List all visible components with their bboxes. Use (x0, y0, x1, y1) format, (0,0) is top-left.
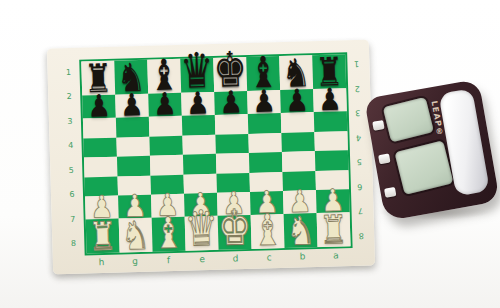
rank-label-right-2: 2 (350, 76, 365, 101)
square-h8[interactable]: ♜ (86, 219, 120, 254)
piece-black-pawn[interactable]: ♟ (252, 85, 276, 116)
piece-black-pawn[interactable]: ♟ (153, 88, 177, 119)
piece-white-bishop[interactable]: ♝ (252, 208, 283, 252)
rank-label-right-6: 6 (353, 174, 368, 199)
square-g8[interactable]: ♞ (119, 218, 153, 253)
square-f4[interactable] (149, 135, 182, 155)
piece-white-rook[interactable]: ♜ (88, 217, 117, 257)
square-c8[interactable]: ♝ (251, 214, 285, 249)
piece-black-pawn[interactable]: ♟ (318, 84, 342, 115)
square-c5[interactable] (249, 152, 282, 172)
rank-labels-right: 12345678 (349, 52, 368, 248)
clock-button-2[interactable] (378, 154, 390, 165)
rank-label-right-8: 8 (354, 223, 369, 248)
square-f5[interactable] (150, 155, 183, 175)
square-g5[interactable] (117, 156, 150, 176)
chess-clock: LEAP® (364, 79, 500, 221)
square-d8[interactable]: ♚ (218, 215, 252, 250)
clock-button-3[interactable] (384, 187, 396, 198)
square-g4[interactable] (116, 136, 149, 156)
square-h5[interactable] (84, 157, 117, 177)
square-a4[interactable] (314, 131, 347, 151)
file-label-g: g (118, 254, 152, 269)
rank-labels-left: 12345678 (61, 60, 80, 256)
square-d5[interactable] (216, 153, 250, 173)
square-b4[interactable] (281, 132, 314, 152)
rank-label-left-2: 2 (62, 84, 77, 109)
piece-white-bishop[interactable]: ♝ (153, 211, 184, 255)
clock-button-1[interactable] (372, 120, 384, 131)
square-a8[interactable]: ♜ (317, 212, 351, 247)
piece-white-rook[interactable]: ♜ (319, 210, 348, 250)
square-f8[interactable]: ♝ (152, 217, 186, 252)
square-a5[interactable] (315, 150, 348, 170)
square-h4[interactable] (83, 137, 116, 157)
rank-label-left-1: 1 (61, 60, 76, 85)
piece-white-knight[interactable]: ♞ (286, 211, 316, 251)
rank-label-right-5: 5 (352, 150, 367, 175)
file-label-d: d (219, 251, 253, 266)
file-label-e: e (185, 252, 219, 267)
piece-white-knight[interactable]: ♞ (121, 216, 151, 256)
clock-display-top (383, 97, 434, 143)
piece-black-pawn[interactable]: ♟ (285, 85, 309, 116)
rank-label-left-3: 3 (63, 109, 78, 134)
file-label-h: h (85, 255, 119, 270)
piece-black-pawn[interactable]: ♟ (186, 87, 210, 118)
chess-mat: 12345678 ♜♞♝♛♚♝♞♜♟♟♟♟♟♟♟♟♟♟♟♟♟♟♟♟♜♞♝♛♚♝♞… (47, 40, 375, 275)
square-b8[interactable]: ♞ (284, 213, 318, 248)
rank-label-right-7: 7 (353, 199, 368, 224)
file-label-b: b (286, 249, 320, 264)
rank-label-right-1: 1 (349, 52, 364, 77)
square-e5[interactable] (183, 154, 217, 174)
square-b5[interactable] (282, 151, 315, 171)
piece-black-pawn[interactable]: ♟ (120, 89, 144, 120)
file-label-f: f (152, 253, 186, 268)
rank-label-left-7: 7 (65, 207, 80, 232)
piece-black-pawn[interactable]: ♟ (219, 86, 243, 117)
piece-white-queen[interactable]: ♛ (184, 204, 219, 254)
board-grid: ♜♞♝♛♚♝♞♜♟♟♟♟♟♟♟♟♟♟♟♟♟♟♟♟♜♞♝♛♚♝♞♜ (79, 52, 352, 255)
rank-label-left-4: 4 (63, 133, 78, 158)
square-d4[interactable] (215, 133, 249, 153)
square-e8[interactable]: ♛ (184, 216, 218, 251)
clock-display-bottom (394, 140, 453, 195)
rank-label-left-6: 6 (65, 182, 80, 207)
square-e4[interactable] (182, 134, 216, 154)
file-label-a: a (319, 248, 353, 263)
rank-label-right-4: 4 (351, 125, 366, 150)
rank-label-left-8: 8 (66, 231, 81, 256)
piece-black-pawn[interactable]: ♟ (87, 90, 111, 121)
square-c4[interactable] (249, 133, 282, 153)
rank-label-left-5: 5 (64, 158, 79, 183)
rank-label-right-3: 3 (350, 101, 365, 126)
file-label-c: c (252, 250, 286, 265)
product-photo: 12345678 ♜♞♝♛♚♝♞♜♟♟♟♟♟♟♟♟♟♟♟♟♟♟♟♟♜♞♝♛♚♝♞… (0, 0, 500, 308)
piece-white-king[interactable]: ♚ (217, 203, 252, 253)
